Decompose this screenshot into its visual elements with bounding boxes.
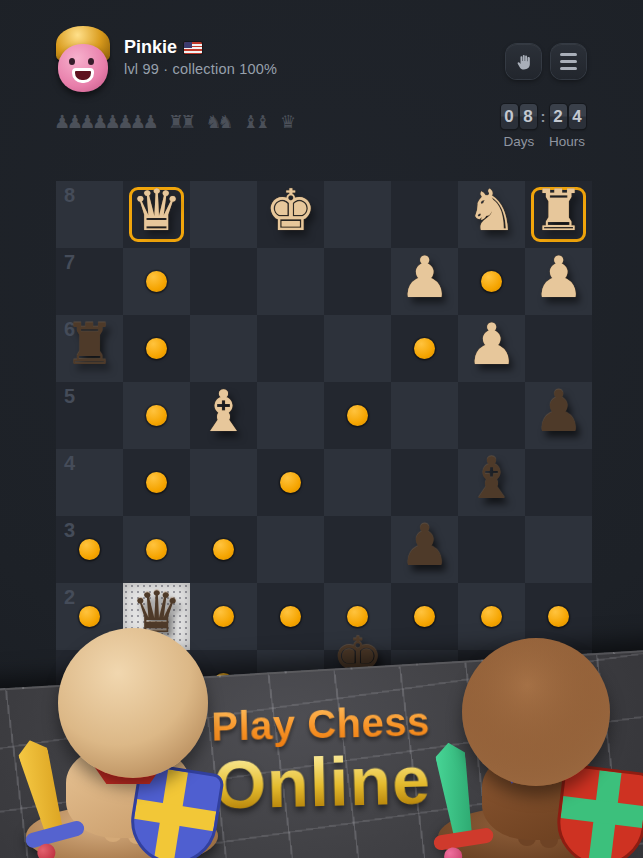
square-e4[interactable] [324,449,391,516]
square-c3[interactable] [190,516,257,583]
move-dot-d2[interactable] [280,606,301,627]
timer-labels: DaysHours [498,134,588,149]
square-e5[interactable] [324,382,391,449]
rank-label-5: 5 [64,385,75,408]
move-dot-a2[interactable] [79,606,100,627]
rank-label-8: 8 [64,184,75,207]
piece-black-pawn-h5[interactable]: ♟ [525,378,592,445]
move-dot-f6[interactable] [414,338,435,359]
timer-digits: 08:24 [498,104,588,129]
square-d2[interactable] [257,583,324,650]
piece-white-bishop-c5[interactable]: ♝ [190,378,257,445]
square-h8[interactable]: ♜ [525,181,592,248]
square-c7[interactable] [190,248,257,315]
square-g5[interactable] [458,382,525,449]
square-f8[interactable] [391,181,458,248]
piece-white-king-d8[interactable]: ♚ [257,177,324,244]
move-dot-d4[interactable] [280,472,301,493]
square-c6[interactable] [190,315,257,382]
square-b4[interactable] [123,449,190,516]
timer-digit: 2 [550,104,567,129]
timer-separator: : [539,108,548,125]
square-g3[interactable] [458,516,525,583]
piece-black-rook-a6[interactable]: ♜ [56,311,123,378]
square-g7[interactable] [458,248,525,315]
move-dot-e5[interactable] [347,405,368,426]
square-d8[interactable]: ♚ [257,181,324,248]
move-dot-c3[interactable] [213,539,234,560]
rank-label-7: 7 [64,251,75,274]
square-b7[interactable] [123,248,190,315]
piece-white-knight-g8[interactable]: ♞ [458,177,525,244]
square-a4[interactable]: 4 [56,449,123,516]
square-c4[interactable] [190,449,257,516]
move-dot-g7[interactable] [481,271,502,292]
mascot-black-character [420,642,643,858]
timer-label: Days [498,134,540,149]
hand-icon [514,52,534,72]
captured-piece-group: ♛ [280,111,292,132]
mascot-white-character [0,630,240,858]
square-f2[interactable] [391,583,458,650]
square-e6[interactable] [324,315,391,382]
move-dot-f2[interactable] [414,606,435,627]
square-f4[interactable] [391,449,458,516]
move-dot-g2[interactable] [481,606,502,627]
timer-digit: 4 [569,104,586,129]
avatar-eye [69,58,75,65]
square-a5[interactable]: 5 [56,382,123,449]
move-dot-c2[interactable] [213,606,234,627]
timer-digit: 8 [520,104,537,129]
square-h4[interactable] [525,449,592,516]
square-b6[interactable] [123,315,190,382]
square-e3[interactable] [324,516,391,583]
square-d4[interactable] [257,449,324,516]
player-name: Pinkie [124,37,202,58]
square-f5[interactable] [391,382,458,449]
hand-button[interactable] [506,44,541,79]
us-flag-icon [184,42,202,54]
captured-piece-group: ♞♞ [205,111,229,132]
player-avatar[interactable] [50,26,118,96]
square-b5[interactable] [123,382,190,449]
square-d7[interactable] [257,248,324,315]
rank-label-2: 2 [64,586,75,609]
square-e7[interactable] [324,248,391,315]
square-g6[interactable]: ♟ [458,315,525,382]
move-dot-a3[interactable] [79,539,100,560]
player-level-collection: lvl 99 · collection 100% [124,61,277,77]
avatar-face [58,44,108,92]
menu-button[interactable] [551,44,586,79]
captured-pieces-tray: ♟♟♟♟♟♟♟♟♜♜♞♞♝♝♛ [54,111,305,132]
square-a6[interactable]: 6♜ [56,315,123,382]
captured-piece-group: ♝♝ [243,111,267,132]
captured-piece-group: ♟♟♟♟♟♟♟♟ [54,111,155,132]
square-d6[interactable] [257,315,324,382]
move-dot-h2[interactable] [548,606,569,627]
square-d5[interactable] [257,382,324,449]
square-e8[interactable] [324,181,391,248]
timer-digit: 0 [501,104,518,129]
captured-piece-group: ♜♜ [168,111,192,132]
square-c8[interactable] [190,181,257,248]
square-f3[interactable]: ♟ [391,516,458,583]
square-b3[interactable] [123,516,190,583]
square-a7[interactable]: 7 [56,248,123,315]
square-h7[interactable]: ♟ [525,248,592,315]
move-dot-b6[interactable] [146,338,167,359]
avatar-eye [88,58,94,65]
event-timer: 08:24 DaysHours [498,104,588,149]
square-h5[interactable]: ♟ [525,382,592,449]
square-d3[interactable] [257,516,324,583]
square-a8[interactable]: 8 [56,181,123,248]
player-name-text: Pinkie [124,37,177,58]
square-f6[interactable] [391,315,458,382]
piece-white-pawn-h7[interactable]: ♟ [525,244,592,311]
move-dot-b3[interactable] [146,539,167,560]
square-a3[interactable]: 3 [56,516,123,583]
piece-white-rook-h8[interactable]: ♜ [525,177,592,244]
square-h3[interactable] [525,516,592,583]
piece-white-queen-b8[interactable]: ♛ [123,177,190,244]
move-dot-b4[interactable] [146,472,167,493]
piece-black-bishop-g4[interactable]: ♝ [458,445,525,512]
avatar-mouth [72,68,94,83]
move-dot-b5[interactable] [146,405,167,426]
move-dot-e2[interactable] [347,606,368,627]
square-c5[interactable]: ♝ [190,382,257,449]
piece-black-pawn-f3[interactable]: ♟ [391,512,458,579]
square-f7[interactable]: ♟ [391,248,458,315]
square-g8[interactable]: ♞ [458,181,525,248]
square-b8[interactable]: ♛ [123,181,190,248]
square-h6[interactable] [525,315,592,382]
piece-white-pawn-g6[interactable]: ♟ [458,311,525,378]
mascot-head [462,638,610,786]
timer-label: Hours [546,134,588,149]
menu-icon [560,53,577,56]
app-screen: Pinkie lvl 99 · collection 100% ♟♟♟♟♟♟♟♟… [0,0,643,858]
square-g4[interactable]: ♝ [458,449,525,516]
rank-label-3: 3 [64,519,75,542]
piece-white-pawn-f7[interactable]: ♟ [391,244,458,311]
mascot-head [58,628,208,778]
move-dot-b7[interactable] [146,271,167,292]
rank-label-4: 4 [64,452,75,475]
